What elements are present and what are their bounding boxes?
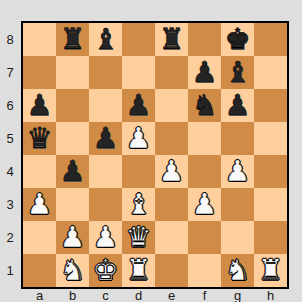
- square-e6[interactable]: [155, 89, 188, 122]
- file-label-e: e: [155, 288, 188, 302]
- square-e7[interactable]: [155, 56, 188, 89]
- square-e5[interactable]: [155, 122, 188, 155]
- file-label-a: a: [23, 288, 56, 302]
- square-b4[interactable]: ♟: [56, 155, 89, 188]
- square-e4[interactable]: ♟: [155, 155, 188, 188]
- square-b5[interactable]: [56, 122, 89, 155]
- square-g8[interactable]: ♚: [221, 23, 254, 56]
- square-g7[interactable]: ♝: [221, 56, 254, 89]
- square-g3[interactable]: [221, 188, 254, 221]
- square-h4[interactable]: [254, 155, 287, 188]
- square-e3[interactable]: [155, 188, 188, 221]
- square-a3[interactable]: ♟: [23, 188, 56, 221]
- square-h2[interactable]: [254, 221, 287, 254]
- square-h6[interactable]: [254, 89, 287, 122]
- piece-white-pawn-c2[interactable]: ♟: [89, 221, 122, 254]
- square-e8[interactable]: ♜: [155, 23, 188, 56]
- square-a2[interactable]: [23, 221, 56, 254]
- square-c2[interactable]: ♟: [89, 221, 122, 254]
- square-c1[interactable]: ♚: [89, 254, 122, 287]
- square-e2[interactable]: [155, 221, 188, 254]
- square-f7[interactable]: ♟: [188, 56, 221, 89]
- square-b2[interactable]: ♟: [56, 221, 89, 254]
- piece-black-bishop-c8[interactable]: ♝: [89, 23, 122, 56]
- square-d7[interactable]: [122, 56, 155, 89]
- square-f4[interactable]: [188, 155, 221, 188]
- square-a6[interactable]: ♟: [23, 89, 56, 122]
- square-d4[interactable]: [122, 155, 155, 188]
- square-f5[interactable]: [188, 122, 221, 155]
- square-h5[interactable]: [254, 122, 287, 155]
- square-d3[interactable]: ♝: [122, 188, 155, 221]
- square-b8[interactable]: ♜: [56, 23, 89, 56]
- square-f6[interactable]: ♞: [188, 89, 221, 122]
- rank-labels: 87654321: [0, 23, 20, 287]
- square-e1[interactable]: [155, 254, 188, 287]
- rank-label-5: 5: [0, 122, 20, 155]
- square-a4[interactable]: [23, 155, 56, 188]
- square-a1[interactable]: [23, 254, 56, 287]
- piece-white-pawn-d5[interactable]: ♟: [122, 122, 155, 155]
- piece-white-pawn-f3[interactable]: ♟: [188, 188, 221, 221]
- square-b3[interactable]: [56, 188, 89, 221]
- file-label-c: c: [89, 288, 122, 302]
- square-h1[interactable]: ♜: [254, 254, 287, 287]
- rank-label-3: 3: [0, 188, 20, 221]
- file-label-b: b: [56, 288, 89, 302]
- rank-label-7: 7: [0, 56, 20, 89]
- rank-label-4: 4: [0, 155, 20, 188]
- square-c6[interactable]: [89, 89, 122, 122]
- file-labels: abcdefgh: [23, 288, 287, 302]
- rank-label-6: 6: [0, 89, 20, 122]
- square-a7[interactable]: [23, 56, 56, 89]
- square-d6[interactable]: ♟: [122, 89, 155, 122]
- piece-black-queen-a5[interactable]: ♛: [23, 122, 56, 155]
- piece-black-rook-e8[interactable]: ♜: [155, 23, 188, 56]
- rank-label-1: 1: [0, 254, 20, 287]
- piece-black-pawn-d6[interactable]: ♟: [122, 89, 155, 122]
- piece-white-pawn-a3[interactable]: ♟: [23, 188, 56, 221]
- piece-white-knight-b1[interactable]: ♞: [56, 254, 89, 287]
- square-g6[interactable]: ♟: [221, 89, 254, 122]
- piece-black-knight-f6[interactable]: ♞: [188, 89, 221, 122]
- piece-black-rook-b8[interactable]: ♜: [56, 23, 89, 56]
- rank-label-2: 2: [0, 221, 20, 254]
- piece-white-rook-d1[interactable]: ♜: [122, 254, 155, 287]
- square-d5[interactable]: ♟: [122, 122, 155, 155]
- square-h8[interactable]: [254, 23, 287, 56]
- square-f2[interactable]: [188, 221, 221, 254]
- square-g1[interactable]: ♞: [221, 254, 254, 287]
- square-f1[interactable]: [188, 254, 221, 287]
- file-label-h: h: [254, 288, 287, 302]
- rank-label-8: 8: [0, 23, 20, 56]
- piece-black-pawn-f7[interactable]: ♟: [188, 56, 221, 89]
- piece-black-king-g8[interactable]: ♚: [221, 23, 254, 56]
- square-f3[interactable]: ♟: [188, 188, 221, 221]
- square-b1[interactable]: ♞: [56, 254, 89, 287]
- piece-white-king-c1[interactable]: ♚: [89, 254, 122, 287]
- square-d1[interactable]: ♜: [122, 254, 155, 287]
- square-c5[interactable]: ♟: [89, 122, 122, 155]
- piece-white-queen-d2[interactable]: ♛: [122, 221, 155, 254]
- piece-white-rook-h1[interactable]: ♜: [254, 254, 287, 287]
- square-g4[interactable]: ♟: [221, 155, 254, 188]
- square-d2[interactable]: ♛: [122, 221, 155, 254]
- piece-white-pawn-g4[interactable]: ♟: [221, 155, 254, 188]
- square-c7[interactable]: [89, 56, 122, 89]
- chess-app: 87654321 ♜♝♜♚♟♝♟♟♞♟♛♟♟♟♟♟♟♝♟♟♟♛♞♚♜♞♜ abc…: [0, 0, 302, 302]
- square-a5[interactable]: ♛: [23, 122, 56, 155]
- chess-board: ♜♝♜♚♟♝♟♟♞♟♛♟♟♟♟♟♟♝♟♟♟♛♞♚♜♞♜: [21, 21, 289, 289]
- square-c8[interactable]: ♝: [89, 23, 122, 56]
- square-b7[interactable]: [56, 56, 89, 89]
- piece-black-pawn-b4[interactable]: ♟: [56, 155, 89, 188]
- square-a8[interactable]: [23, 23, 56, 56]
- square-h3[interactable]: [254, 188, 287, 221]
- square-c3[interactable]: [89, 188, 122, 221]
- piece-white-pawn-e4[interactable]: ♟: [155, 155, 188, 188]
- piece-black-pawn-a6[interactable]: ♟: [23, 89, 56, 122]
- square-f8[interactable]: [188, 23, 221, 56]
- piece-black-bishop-g7[interactable]: ♝: [221, 56, 254, 89]
- file-label-f: f: [188, 288, 221, 302]
- square-g2[interactable]: [221, 221, 254, 254]
- piece-white-pawn-b2[interactable]: ♟: [56, 221, 89, 254]
- square-h7[interactable]: [254, 56, 287, 89]
- piece-white-bishop-d3[interactable]: ♝: [122, 188, 155, 221]
- file-label-d: d: [122, 288, 155, 302]
- square-c4[interactable]: [89, 155, 122, 188]
- file-label-g: g: [221, 288, 254, 302]
- square-g5[interactable]: [221, 122, 254, 155]
- square-d8[interactable]: [122, 23, 155, 56]
- piece-white-knight-g1[interactable]: ♞: [221, 254, 254, 287]
- piece-black-pawn-g6[interactable]: ♟: [221, 89, 254, 122]
- piece-black-pawn-c5[interactable]: ♟: [89, 122, 122, 155]
- square-b6[interactable]: [56, 89, 89, 122]
